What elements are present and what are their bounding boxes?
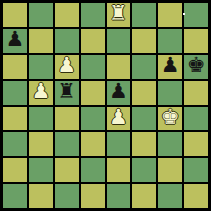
square-g2[interactable] bbox=[158, 158, 182, 182]
square-b1[interactable] bbox=[29, 184, 53, 208]
square-h4[interactable] bbox=[184, 107, 208, 131]
square-c6[interactable]: ♟ bbox=[55, 55, 79, 79]
square-a4[interactable] bbox=[3, 107, 27, 131]
square-h5[interactable] bbox=[184, 81, 208, 105]
square-g5[interactable] bbox=[158, 81, 182, 105]
square-h7[interactable] bbox=[184, 29, 208, 53]
square-d2[interactable] bbox=[81, 158, 105, 182]
square-d6[interactable] bbox=[81, 55, 105, 79]
square-g8[interactable] bbox=[158, 3, 182, 27]
square-d8[interactable] bbox=[81, 3, 105, 27]
square-h6[interactable]: ♚ bbox=[184, 55, 208, 79]
square-a2[interactable] bbox=[3, 158, 27, 182]
black-rook-c5[interactable]: ♜ bbox=[57, 81, 76, 102]
square-f6[interactable] bbox=[132, 55, 156, 79]
square-c5[interactable]: ♜ bbox=[55, 81, 79, 105]
square-f3[interactable] bbox=[132, 132, 156, 156]
white-rook-e8[interactable]: ♜ bbox=[109, 3, 128, 24]
square-h2[interactable] bbox=[184, 158, 208, 182]
square-f5[interactable] bbox=[132, 81, 156, 105]
square-c8[interactable] bbox=[55, 3, 79, 27]
square-h3[interactable] bbox=[184, 132, 208, 156]
square-e5[interactable]: ♟ bbox=[107, 81, 131, 105]
square-f7[interactable] bbox=[132, 29, 156, 53]
black-pawn-e5[interactable]: ♟ bbox=[109, 81, 128, 102]
square-f4[interactable] bbox=[132, 107, 156, 131]
square-f2[interactable] bbox=[132, 158, 156, 182]
square-a7[interactable]: ♟ bbox=[3, 29, 27, 53]
square-f1[interactable] bbox=[132, 184, 156, 208]
square-d1[interactable] bbox=[81, 184, 105, 208]
square-e1[interactable] bbox=[107, 184, 131, 208]
square-c7[interactable] bbox=[55, 29, 79, 53]
square-d7[interactable] bbox=[81, 29, 105, 53]
square-a8[interactable] bbox=[3, 3, 27, 27]
square-b3[interactable] bbox=[29, 132, 53, 156]
square-b4[interactable] bbox=[29, 107, 53, 131]
chess-board: ♜♟♟♟♚♟♜♟♟♚ bbox=[0, 0, 211, 211]
square-d4[interactable] bbox=[81, 107, 105, 131]
square-b8[interactable] bbox=[29, 3, 53, 27]
square-f8[interactable] bbox=[132, 3, 156, 27]
black-pawn-a7[interactable]: ♟ bbox=[6, 29, 25, 50]
square-d3[interactable] bbox=[81, 132, 105, 156]
square-h8[interactable] bbox=[184, 3, 208, 27]
square-b6[interactable] bbox=[29, 55, 53, 79]
square-g4[interactable]: ♚ bbox=[158, 107, 182, 131]
square-g6[interactable]: ♟ bbox=[158, 55, 182, 79]
square-d5[interactable] bbox=[81, 81, 105, 105]
square-g7[interactable] bbox=[158, 29, 182, 53]
square-c4[interactable] bbox=[55, 107, 79, 131]
square-b7[interactable] bbox=[29, 29, 53, 53]
black-king-h6[interactable]: ♚ bbox=[187, 55, 206, 76]
white-pawn-c6[interactable]: ♟ bbox=[57, 55, 76, 76]
square-e8[interactable]: ♜ bbox=[107, 3, 131, 27]
square-e7[interactable] bbox=[107, 29, 131, 53]
square-e3[interactable] bbox=[107, 132, 131, 156]
square-a5[interactable] bbox=[3, 81, 27, 105]
white-king-g4[interactable]: ♚ bbox=[161, 107, 180, 128]
black-pawn-g6[interactable]: ♟ bbox=[161, 55, 180, 76]
square-h1[interactable] bbox=[184, 184, 208, 208]
square-e2[interactable] bbox=[107, 158, 131, 182]
square-c3[interactable] bbox=[55, 132, 79, 156]
square-c2[interactable] bbox=[55, 158, 79, 182]
square-e4[interactable]: ♟ bbox=[107, 107, 131, 131]
square-c1[interactable] bbox=[55, 184, 79, 208]
square-a3[interactable] bbox=[3, 132, 27, 156]
square-b5[interactable]: ♟ bbox=[29, 81, 53, 105]
square-a6[interactable] bbox=[3, 55, 27, 79]
square-g3[interactable] bbox=[158, 132, 182, 156]
square-e6[interactable] bbox=[107, 55, 131, 79]
white-pawn-e4[interactable]: ♟ bbox=[109, 107, 128, 128]
square-a1[interactable] bbox=[3, 184, 27, 208]
white-pawn-b5[interactable]: ♟ bbox=[31, 81, 50, 102]
square-b2[interactable] bbox=[29, 158, 53, 182]
square-g1[interactable] bbox=[158, 184, 182, 208]
